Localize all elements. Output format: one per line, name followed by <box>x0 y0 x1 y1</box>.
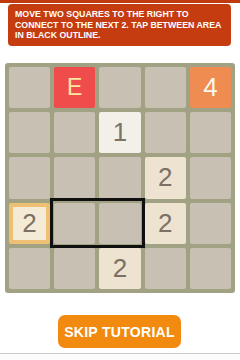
cell-r3c1[interactable] <box>9 157 50 198</box>
cell-r2c3[interactable]: 1 <box>99 112 140 153</box>
cell-r1c2[interactable]: E <box>54 67 95 108</box>
cell-r4c4[interactable]: 2 <box>145 203 186 244</box>
cell-r5c2[interactable] <box>54 248 95 289</box>
cell-r2c1[interactable] <box>9 112 50 153</box>
cell-r3c2[interactable] <box>54 157 95 198</box>
cell-r4c1[interactable]: 2 <box>9 203 50 244</box>
top-accent-strip <box>0 0 240 3</box>
cell-r5c1[interactable] <box>9 248 50 289</box>
app-screen: MOVE TWO SQUARES TO THE RIGHT TO CONNECT… <box>0 0 240 360</box>
cell-r5c5[interactable] <box>190 248 231 289</box>
cell-r5c3[interactable]: 2 <box>99 248 140 289</box>
tutorial-instruction-banner: MOVE TWO SQUARES TO THE RIGHT TO CONNECT… <box>8 4 231 46</box>
tap-target-outline[interactable] <box>50 198 145 248</box>
board: E412222 <box>5 63 235 293</box>
cell-r2c5[interactable] <box>190 112 231 153</box>
cell-r3c3[interactable] <box>99 157 140 198</box>
cell-r5c4[interactable] <box>145 248 186 289</box>
cell-r1c3[interactable] <box>99 67 140 108</box>
cell-r2c4[interactable] <box>145 112 186 153</box>
cell-r2c2[interactable] <box>54 112 95 153</box>
bottom-margin <box>0 354 240 360</box>
instruction-line: CONNECT TO THE NEXT 2. TAP BETWEEN AREA <box>15 20 224 31</box>
cell-r3c4[interactable]: 2 <box>145 157 186 198</box>
cell-r3c5[interactable] <box>190 157 231 198</box>
cell-r1c4[interactable] <box>145 67 186 108</box>
cell-r1c5[interactable]: 4 <box>190 67 231 108</box>
instruction-line: MOVE TWO SQUARES TO THE RIGHT TO <box>15 9 224 20</box>
cell-r1c1[interactable] <box>9 67 50 108</box>
cell-r4c5[interactable] <box>190 203 231 244</box>
skip-tutorial-button[interactable]: SKIP TUTORIAL <box>58 315 181 348</box>
instruction-line: IN BLACK OUTLINE. <box>15 30 224 41</box>
